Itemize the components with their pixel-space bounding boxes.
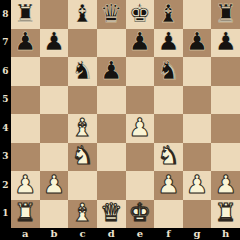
file-label-a: a — [11, 228, 40, 240]
square-b1[interactable] — [40, 200, 69, 229]
white-pawn-e4[interactable]: ♟ — [129, 115, 151, 140]
square-a1[interactable]: ♜ — [11, 200, 40, 229]
square-h6[interactable] — [211, 57, 240, 86]
white-bishop-c4[interactable]: ♝ — [71, 115, 93, 140]
rank-label-5: 5 — [0, 86, 11, 115]
square-b7[interactable]: ♟ — [40, 29, 69, 58]
square-d6[interactable]: ♟ — [97, 57, 126, 86]
rank-label-8: 8 — [0, 0, 11, 29]
square-f8[interactable]: ♝ — [154, 0, 183, 29]
square-b5[interactable] — [40, 86, 69, 115]
square-a2[interactable]: ♟ — [11, 171, 40, 200]
rank-label-7: 7 — [0, 29, 11, 58]
rank-label-6: 6 — [0, 57, 11, 86]
square-e1[interactable]: ♚ — [126, 200, 155, 229]
square-d7[interactable] — [97, 29, 126, 58]
white-knight-c3[interactable]: ♞ — [71, 143, 93, 168]
square-c5[interactable] — [68, 86, 97, 115]
white-pawn-a2[interactable]: ♟ — [14, 172, 36, 197]
white-king-e1[interactable]: ♚ — [129, 200, 151, 225]
file-label-h: h — [211, 228, 240, 240]
black-bishop-c8[interactable]: ♝ — [71, 1, 93, 26]
square-c2[interactable] — [68, 171, 97, 200]
square-d5[interactable] — [97, 86, 126, 115]
white-knight-f3[interactable]: ♞ — [157, 143, 179, 168]
square-h7[interactable]: ♟ — [211, 29, 240, 58]
square-h5[interactable] — [211, 86, 240, 115]
black-knight-c6[interactable]: ♞ — [71, 58, 93, 83]
black-pawn-b7[interactable]: ♟ — [43, 29, 65, 54]
square-c1[interactable]: ♝ — [68, 200, 97, 229]
black-pawn-h7[interactable]: ♟ — [214, 29, 236, 54]
black-rook-a8[interactable]: ♜ — [14, 1, 36, 26]
black-pawn-e7[interactable]: ♟ — [129, 29, 151, 54]
square-h4[interactable] — [211, 114, 240, 143]
square-d3[interactable] — [97, 143, 126, 172]
square-h1[interactable]: ♜ — [211, 200, 240, 229]
square-e8[interactable]: ♚ — [126, 0, 155, 29]
square-f7[interactable]: ♟ — [154, 29, 183, 58]
square-b6[interactable] — [40, 57, 69, 86]
file-label-c: c — [68, 228, 97, 240]
square-e6[interactable] — [126, 57, 155, 86]
file-label-e: e — [126, 228, 155, 240]
square-g2[interactable]: ♟ — [183, 171, 212, 200]
square-g7[interactable]: ♟ — [183, 29, 212, 58]
square-g5[interactable] — [183, 86, 212, 115]
black-queen-d8[interactable]: ♛ — [100, 1, 122, 26]
rank-labels: 87654321 — [0, 0, 11, 228]
black-pawn-d6[interactable]: ♟ — [100, 58, 122, 83]
white-rook-h1[interactable]: ♜ — [214, 200, 236, 225]
square-f5[interactable] — [154, 86, 183, 115]
square-b8[interactable] — [40, 0, 69, 29]
black-rook-h8[interactable]: ♜ — [214, 1, 236, 26]
white-rook-a1[interactable]: ♜ — [14, 200, 36, 225]
white-pawn-f2[interactable]: ♟ — [157, 172, 179, 197]
square-f2[interactable]: ♟ — [154, 171, 183, 200]
rank-label-3: 3 — [0, 143, 11, 172]
square-b4[interactable] — [40, 114, 69, 143]
rank-label-2: 2 — [0, 171, 11, 200]
square-d2[interactable] — [97, 171, 126, 200]
rank-label-1: 1 — [0, 200, 11, 229]
black-king-e8[interactable]: ♚ — [129, 1, 151, 26]
square-g8[interactable] — [183, 0, 212, 29]
square-f3[interactable]: ♞ — [154, 143, 183, 172]
square-e3[interactable] — [126, 143, 155, 172]
chess-app: 87654321 ♜♝♛♚♝♜♟♟♟♟♟♟♞♟♞♝♟♞♞♟♟♟♟♟♜♝♛♚♜ a… — [0, 0, 240, 240]
square-g6[interactable] — [183, 57, 212, 86]
square-c8[interactable]: ♝ — [68, 0, 97, 29]
square-d1[interactable]: ♛ — [97, 200, 126, 229]
square-a4[interactable] — [11, 114, 40, 143]
square-f1[interactable] — [154, 200, 183, 229]
white-queen-d1[interactable]: ♛ — [100, 200, 122, 225]
square-e5[interactable] — [126, 86, 155, 115]
square-c6[interactable]: ♞ — [68, 57, 97, 86]
file-label-g: g — [183, 228, 212, 240]
white-bishop-c1[interactable]: ♝ — [71, 200, 93, 225]
square-e7[interactable]: ♟ — [126, 29, 155, 58]
square-g3[interactable] — [183, 143, 212, 172]
square-d4[interactable] — [97, 114, 126, 143]
square-c3[interactable]: ♞ — [68, 143, 97, 172]
file-label-f: f — [154, 228, 183, 240]
white-pawn-b2[interactable]: ♟ — [43, 172, 65, 197]
square-h8[interactable]: ♜ — [211, 0, 240, 29]
square-a3[interactable] — [11, 143, 40, 172]
square-h3[interactable] — [211, 143, 240, 172]
square-d8[interactable]: ♛ — [97, 0, 126, 29]
black-pawn-g7[interactable]: ♟ — [186, 29, 208, 54]
file-labels: abcdefgh — [11, 228, 240, 240]
black-pawn-f7[interactable]: ♟ — [157, 29, 179, 54]
square-e4[interactable]: ♟ — [126, 114, 155, 143]
square-g4[interactable] — [183, 114, 212, 143]
black-bishop-f8[interactable]: ♝ — [157, 1, 179, 26]
file-label-d: d — [97, 228, 126, 240]
square-h2[interactable]: ♟ — [211, 171, 240, 200]
square-a7[interactable]: ♟ — [11, 29, 40, 58]
rank-label-4: 4 — [0, 114, 11, 143]
square-a6[interactable] — [11, 57, 40, 86]
square-c4[interactable]: ♝ — [68, 114, 97, 143]
square-b2[interactable]: ♟ — [40, 171, 69, 200]
white-pawn-g2[interactable]: ♟ — [186, 172, 208, 197]
square-f6[interactable]: ♞ — [154, 57, 183, 86]
square-b3[interactable] — [40, 143, 69, 172]
square-c7[interactable] — [68, 29, 97, 58]
black-pawn-a7[interactable]: ♟ — [14, 29, 36, 54]
square-f4[interactable] — [154, 114, 183, 143]
square-e2[interactable] — [126, 171, 155, 200]
black-knight-f6[interactable]: ♞ — [157, 58, 179, 83]
chess-board[interactable]: ♜♝♛♚♝♜♟♟♟♟♟♟♞♟♞♝♟♞♞♟♟♟♟♟♜♝♛♚♜ — [11, 0, 240, 228]
square-a8[interactable]: ♜ — [11, 0, 40, 29]
square-g1[interactable] — [183, 200, 212, 229]
square-a5[interactable] — [11, 86, 40, 115]
file-label-b: b — [40, 228, 69, 240]
white-pawn-h2[interactable]: ♟ — [214, 172, 236, 197]
